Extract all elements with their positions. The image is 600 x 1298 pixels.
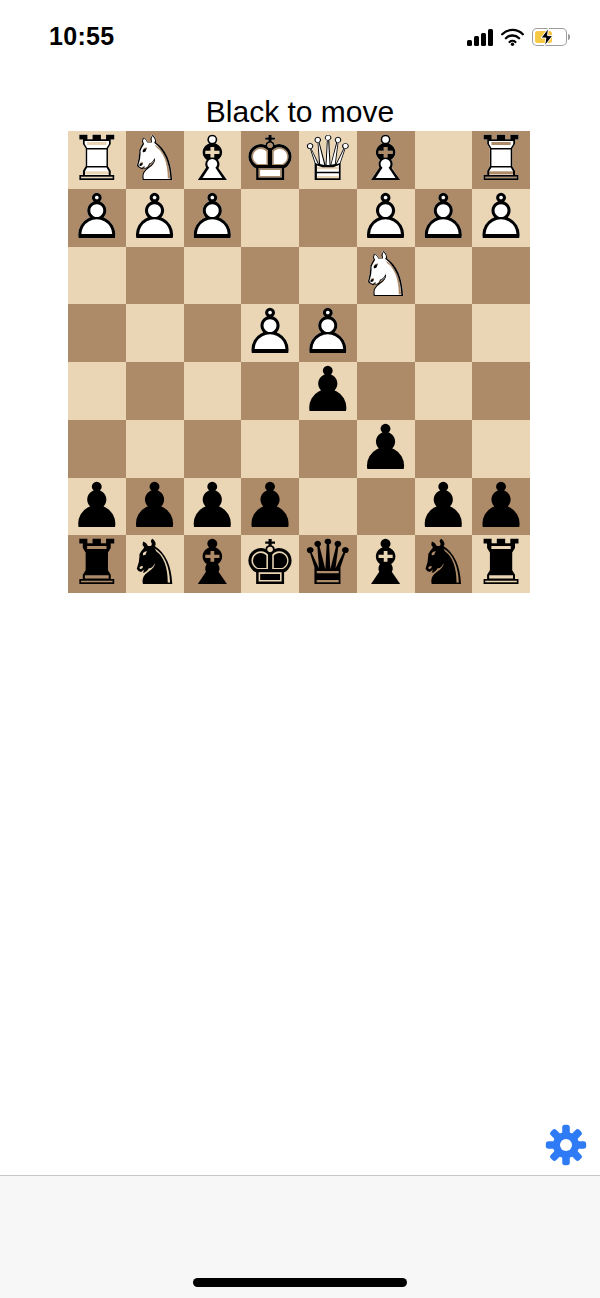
square-a5[interactable] (472, 362, 530, 420)
square-b4[interactable] (415, 304, 473, 362)
white-bishop-fill: ♝ (357, 131, 415, 189)
black-pawn: ♟ (357, 420, 415, 478)
clock: 10:55 (49, 22, 114, 51)
square-d2[interactable] (299, 189, 357, 247)
square-a6[interactable] (472, 420, 530, 478)
white-knight: ♘ (357, 247, 415, 305)
square-e1[interactable]: ♚♔ (241, 131, 299, 189)
square-d1[interactable]: ♛♕ (299, 131, 357, 189)
square-b5[interactable] (415, 362, 473, 420)
square-c6[interactable]: ♟ (357, 420, 415, 478)
white-knight-fill: ♞ (357, 247, 415, 305)
square-b8[interactable]: ♞ (415, 535, 473, 593)
square-e6[interactable] (241, 420, 299, 478)
white-bishop: ♗ (184, 131, 242, 189)
square-f5[interactable] (184, 362, 242, 420)
white-pawn-fill: ♟ (299, 304, 357, 362)
square-b3[interactable] (415, 247, 473, 305)
square-h4[interactable] (68, 304, 126, 362)
square-d7[interactable] (299, 478, 357, 536)
charging-bolt-icon (540, 28, 553, 46)
square-e5[interactable] (241, 362, 299, 420)
square-e2[interactable] (241, 189, 299, 247)
square-h3[interactable] (68, 247, 126, 305)
white-bishop: ♗ (357, 131, 415, 189)
black-rook: ♜ (68, 535, 126, 593)
white-pawn-fill: ♟ (241, 304, 299, 362)
white-rook: ♖ (472, 131, 530, 189)
cellular-signal-icon (467, 29, 493, 46)
square-f3[interactable] (184, 247, 242, 305)
wifi-icon (500, 28, 525, 46)
square-d3[interactable] (299, 247, 357, 305)
bottom-toolbar (0, 1175, 600, 1298)
black-pawn: ♟ (68, 478, 126, 536)
square-a7[interactable]: ♟ (472, 478, 530, 536)
black-knight: ♞ (415, 535, 473, 593)
black-pawn: ♟ (472, 478, 530, 536)
black-queen: ♛ (299, 535, 357, 593)
white-rook: ♖ (68, 131, 126, 189)
white-king: ♔ (241, 131, 299, 189)
square-d6[interactable] (299, 420, 357, 478)
square-h7[interactable]: ♟ (68, 478, 126, 536)
square-h5[interactable] (68, 362, 126, 420)
square-b7[interactable]: ♟ (415, 478, 473, 536)
black-pawn: ♟ (184, 478, 242, 536)
black-pawn: ♟ (241, 478, 299, 536)
white-king-fill: ♚ (241, 131, 299, 189)
square-b1[interactable] (415, 131, 473, 189)
square-g6[interactable] (126, 420, 184, 478)
black-bishop: ♝ (357, 535, 415, 593)
square-f2[interactable]: ♟♙ (184, 189, 242, 247)
chess-board: ♜♖♞♘♝♗♚♔♛♕♝♗♜♖♟♙♟♙♟♙♟♙♟♙♟♙♞♘♟♙♟♙♟♟♟♟♟♟♟♟… (68, 131, 530, 593)
square-f4[interactable] (184, 304, 242, 362)
black-pawn: ♟ (299, 362, 357, 420)
white-pawn-fill: ♟ (415, 189, 473, 247)
black-bishop: ♝ (184, 535, 242, 593)
square-c2[interactable]: ♟♙ (357, 189, 415, 247)
white-queen: ♕ (299, 131, 357, 189)
square-c7[interactable] (357, 478, 415, 536)
settings-button[interactable] (544, 1123, 588, 1167)
status-icons (467, 28, 570, 46)
white-pawn: ♙ (357, 189, 415, 247)
white-pawn-fill: ♟ (357, 189, 415, 247)
white-pawn-fill: ♟ (126, 189, 184, 247)
square-a3[interactable] (472, 247, 530, 305)
square-a8[interactable]: ♜ (472, 535, 530, 593)
gear-icon (545, 1124, 587, 1166)
home-indicator[interactable] (193, 1278, 407, 1287)
battery-charging-icon (532, 28, 571, 46)
white-queen-fill: ♛ (299, 131, 357, 189)
square-c5[interactable] (357, 362, 415, 420)
square-g5[interactable] (126, 362, 184, 420)
square-d8[interactable]: ♛ (299, 535, 357, 593)
square-b2[interactable]: ♟♙ (415, 189, 473, 247)
white-pawn: ♙ (68, 189, 126, 247)
white-pawn-fill: ♟ (184, 189, 242, 247)
black-knight: ♞ (126, 535, 184, 593)
square-c3[interactable]: ♞♘ (357, 247, 415, 305)
square-e3[interactable] (241, 247, 299, 305)
white-pawn: ♙ (415, 189, 473, 247)
black-pawn: ♟ (415, 478, 473, 536)
square-f1[interactable]: ♝♗ (184, 131, 242, 189)
square-g4[interactable] (126, 304, 184, 362)
square-c1[interactable]: ♝♗ (357, 131, 415, 189)
square-g3[interactable] (126, 247, 184, 305)
white-pawn: ♙ (299, 304, 357, 362)
square-e7[interactable]: ♟ (241, 478, 299, 536)
square-f6[interactable] (184, 420, 242, 478)
square-h8[interactable]: ♜ (68, 535, 126, 593)
white-pawn-fill: ♟ (472, 189, 530, 247)
square-h2[interactable]: ♟♙ (68, 189, 126, 247)
white-pawn-fill: ♟ (68, 189, 126, 247)
white-pawn: ♙ (472, 189, 530, 247)
square-e8[interactable]: ♚ (241, 535, 299, 593)
white-pawn: ♙ (184, 189, 242, 247)
black-pawn: ♟ (126, 478, 184, 536)
white-pawn: ♙ (126, 189, 184, 247)
square-a1[interactable]: ♜♖ (472, 131, 530, 189)
square-d5[interactable]: ♟ (299, 362, 357, 420)
square-a2[interactable]: ♟♙ (472, 189, 530, 247)
square-b6[interactable] (415, 420, 473, 478)
black-king: ♚ (241, 535, 299, 593)
square-g1[interactable]: ♞♘ (126, 131, 184, 189)
square-g8[interactable]: ♞ (126, 535, 184, 593)
square-h6[interactable] (68, 420, 126, 478)
square-d4[interactable]: ♟♙ (299, 304, 357, 362)
square-c8[interactable]: ♝ (357, 535, 415, 593)
square-f8[interactable]: ♝ (184, 535, 242, 593)
square-f7[interactable]: ♟ (184, 478, 242, 536)
turn-indicator: Black to move (0, 95, 600, 129)
square-g7[interactable]: ♟ (126, 478, 184, 536)
white-rook-fill: ♜ (472, 131, 530, 189)
white-knight: ♘ (126, 131, 184, 189)
square-c4[interactable] (357, 304, 415, 362)
white-pawn: ♙ (241, 304, 299, 362)
square-e4[interactable]: ♟♙ (241, 304, 299, 362)
square-a4[interactable] (472, 304, 530, 362)
black-rook: ♜ (472, 535, 530, 593)
white-rook-fill: ♜ (68, 131, 126, 189)
status-bar: 10:55 (0, 0, 600, 54)
white-knight-fill: ♞ (126, 131, 184, 189)
white-bishop-fill: ♝ (184, 131, 242, 189)
square-g2[interactable]: ♟♙ (126, 189, 184, 247)
square-h1[interactable]: ♜♖ (68, 131, 126, 189)
